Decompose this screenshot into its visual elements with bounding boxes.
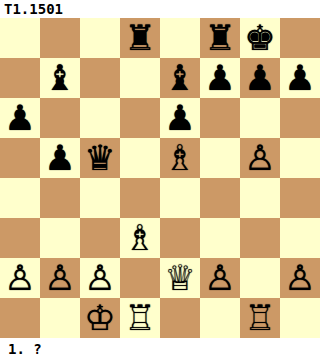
square-d8[interactable]: ♜ <box>120 18 160 58</box>
square-e3[interactable] <box>160 218 200 258</box>
square-g1[interactable]: ♖ <box>240 298 280 338</box>
black-pawn: ♟ <box>284 58 315 98</box>
square-g2[interactable] <box>240 258 280 298</box>
square-a4[interactable] <box>0 178 40 218</box>
square-c8[interactable] <box>80 18 120 58</box>
black-king: ♚ <box>244 18 275 58</box>
square-e2[interactable]: ♕ <box>160 258 200 298</box>
square-a2[interactable]: ♙ <box>0 258 40 298</box>
square-d4[interactable] <box>120 178 160 218</box>
black-pawn: ♟ <box>4 98 35 138</box>
black-rook: ♜ <box>124 18 155 58</box>
square-f4[interactable] <box>200 178 240 218</box>
square-b3[interactable] <box>40 218 80 258</box>
square-d3[interactable]: ♗ <box>120 218 160 258</box>
white-king: ♔ <box>84 298 115 338</box>
square-a3[interactable] <box>0 218 40 258</box>
square-a1[interactable] <box>0 298 40 338</box>
square-f7[interactable]: ♟ <box>200 58 240 98</box>
square-b8[interactable] <box>40 18 80 58</box>
move-prompt: 1. ? <box>8 341 42 357</box>
square-g3[interactable] <box>240 218 280 258</box>
square-f3[interactable] <box>200 218 240 258</box>
square-e8[interactable] <box>160 18 200 58</box>
square-d1[interactable]: ♖ <box>120 298 160 338</box>
square-e4[interactable] <box>160 178 200 218</box>
square-b1[interactable] <box>40 298 80 338</box>
square-f1[interactable] <box>200 298 240 338</box>
square-f6[interactable] <box>200 98 240 138</box>
square-c3[interactable] <box>80 218 120 258</box>
square-h8[interactable] <box>280 18 320 58</box>
black-pawn: ♟ <box>244 58 275 98</box>
chess-board: ♜♜♚♝♝♟♟♟♟♟♟♛♗♙♗♙♙♙♕♙♙♔♖♖ <box>0 18 320 338</box>
white-pawn: ♙ <box>84 258 115 298</box>
square-e7[interactable]: ♝ <box>160 58 200 98</box>
square-f8[interactable]: ♜ <box>200 18 240 58</box>
square-c5[interactable]: ♛ <box>80 138 120 178</box>
square-b6[interactable] <box>40 98 80 138</box>
square-b4[interactable] <box>40 178 80 218</box>
chess-app-window: T1.1501 ♜♜♚♝♝♟♟♟♟♟♟♛♗♙♗♙♙♙♕♙♙♔♖♖ 1. ? <box>0 0 320 360</box>
square-c1[interactable]: ♔ <box>80 298 120 338</box>
square-g4[interactable] <box>240 178 280 218</box>
white-pawn: ♙ <box>204 258 235 298</box>
square-a6[interactable]: ♟ <box>0 98 40 138</box>
status-bar: 1. ? <box>0 338 320 360</box>
square-h2[interactable]: ♙ <box>280 258 320 298</box>
square-h1[interactable] <box>280 298 320 338</box>
square-b7[interactable]: ♝ <box>40 58 80 98</box>
square-g8[interactable]: ♚ <box>240 18 280 58</box>
square-d5[interactable] <box>120 138 160 178</box>
black-bishop: ♝ <box>164 58 195 98</box>
square-c2[interactable]: ♙ <box>80 258 120 298</box>
square-f5[interactable] <box>200 138 240 178</box>
white-rook: ♖ <box>124 298 155 338</box>
square-a5[interactable] <box>0 138 40 178</box>
black-queen: ♛ <box>84 138 115 178</box>
square-c4[interactable] <box>80 178 120 218</box>
square-c7[interactable] <box>80 58 120 98</box>
white-bishop: ♗ <box>164 138 195 178</box>
square-b2[interactable]: ♙ <box>40 258 80 298</box>
black-pawn: ♟ <box>44 138 75 178</box>
square-g5[interactable]: ♙ <box>240 138 280 178</box>
square-h5[interactable] <box>280 138 320 178</box>
white-pawn: ♙ <box>4 258 35 298</box>
square-b5[interactable]: ♟ <box>40 138 80 178</box>
square-a7[interactable] <box>0 58 40 98</box>
puzzle-title: T1.1501 <box>0 0 320 18</box>
square-e6[interactable]: ♟ <box>160 98 200 138</box>
white-pawn: ♙ <box>284 258 315 298</box>
square-h3[interactable] <box>280 218 320 258</box>
square-e5[interactable]: ♗ <box>160 138 200 178</box>
square-c6[interactable] <box>80 98 120 138</box>
white-rook: ♖ <box>244 298 275 338</box>
square-a8[interactable] <box>0 18 40 58</box>
white-pawn: ♙ <box>244 138 275 178</box>
square-h6[interactable] <box>280 98 320 138</box>
square-g7[interactable]: ♟ <box>240 58 280 98</box>
square-e1[interactable] <box>160 298 200 338</box>
black-pawn: ♟ <box>164 98 195 138</box>
square-h4[interactable] <box>280 178 320 218</box>
square-d2[interactable] <box>120 258 160 298</box>
white-pawn: ♙ <box>44 258 75 298</box>
black-bishop: ♝ <box>44 58 75 98</box>
square-d7[interactable] <box>120 58 160 98</box>
square-h7[interactable]: ♟ <box>280 58 320 98</box>
square-f2[interactable]: ♙ <box>200 258 240 298</box>
black-pawn: ♟ <box>204 58 235 98</box>
white-bishop: ♗ <box>124 218 155 258</box>
square-g6[interactable] <box>240 98 280 138</box>
square-d6[interactable] <box>120 98 160 138</box>
black-rook: ♜ <box>204 18 235 58</box>
white-queen: ♕ <box>164 258 195 298</box>
